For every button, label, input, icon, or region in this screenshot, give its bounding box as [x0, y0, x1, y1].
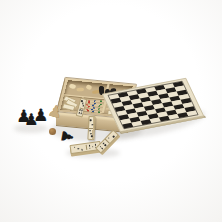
board-square — [186, 110, 197, 116]
domino-pip — [90, 133, 92, 135]
product-photo-wooden-game-set: ♟ ♟ ♟ ♟ ♟ — [0, 0, 222, 222]
domino-standing — [87, 116, 95, 140]
domino-pip — [91, 135, 93, 137]
domino-divider — [89, 128, 93, 129]
domino-pip — [108, 137, 110, 139]
domino-pip — [74, 146, 76, 148]
domino-pip — [101, 147, 103, 149]
domino-pip — [89, 130, 91, 132]
domino-pip — [80, 113, 82, 115]
domino-divider — [85, 144, 87, 150]
domino-pip — [82, 105, 84, 107]
domino-pip — [92, 124, 94, 126]
domino-divider — [105, 139, 109, 143]
domino-pip — [90, 119, 92, 121]
domino-pip — [89, 145, 91, 147]
round-token — [49, 128, 56, 135]
domino-pip — [94, 144, 96, 146]
domino-pip — [81, 109, 83, 111]
black-pawn-fallen: ♟ — [58, 129, 75, 145]
domino-pip — [92, 146, 94, 148]
domino-pip — [113, 135, 115, 137]
domino-pip — [104, 144, 106, 146]
domino-pip — [89, 147, 91, 149]
domino-pip — [77, 148, 79, 150]
domino-pip — [81, 149, 83, 151]
